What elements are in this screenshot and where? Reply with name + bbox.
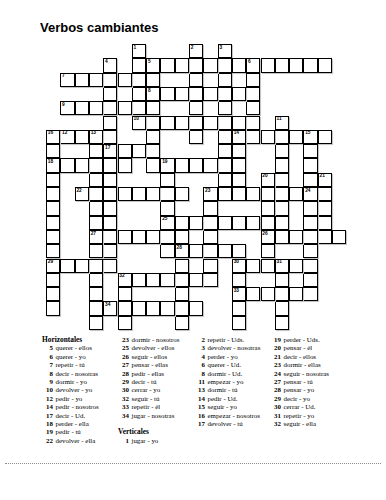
cell-number: 2: [191, 45, 194, 50]
grid-cell: [261, 216, 275, 230]
clue-number: 19: [270, 336, 281, 344]
grid-cell: [160, 230, 174, 244]
grid-cell: [103, 230, 117, 244]
grid-cell: [218, 158, 232, 172]
grid-cell: [103, 158, 117, 172]
grid-cell: [89, 73, 103, 87]
grid-cell: [46, 244, 60, 258]
grid-cell: [203, 87, 217, 101]
clue-number: 22: [42, 437, 53, 445]
cell-number: 16: [48, 130, 53, 135]
grid-cell: [232, 301, 246, 315]
grid-cell: [103, 201, 117, 215]
grid-cell: [175, 87, 189, 101]
clue-column-3: 2repetir - Uds.3devolver - nosotras4perd…: [194, 336, 271, 428]
grid-cell: [118, 316, 132, 330]
grid-cell: [218, 187, 232, 201]
grid-cell: [303, 216, 317, 230]
grid-cell: [275, 173, 289, 187]
grid-cell: [275, 187, 289, 201]
grid-cell: [132, 230, 146, 244]
grid-cell: [132, 301, 146, 315]
grid-cell: [103, 187, 117, 201]
grid-cell: [146, 230, 160, 244]
clue-number: 14: [194, 395, 205, 403]
cell-number: 3: [219, 45, 222, 50]
grid-cell: [89, 273, 103, 287]
clue-item: 27pensar - tú: [270, 378, 352, 386]
grid-cell: [232, 187, 246, 201]
grid-cell: [132, 58, 146, 72]
grid-cell: [261, 259, 275, 273]
clue-number: 14: [42, 403, 53, 411]
grid-cell: [203, 230, 217, 244]
grid-cell: [275, 230, 289, 244]
grid-cell: [118, 187, 132, 201]
clue-number: 26: [118, 353, 129, 361]
grid-cell: [218, 58, 232, 72]
grid-cell: 13: [89, 130, 103, 144]
grid-cell: [103, 216, 117, 230]
grid-cell: [218, 173, 232, 187]
grid-cell: [89, 259, 103, 273]
grid-cell: [160, 273, 174, 287]
grid-cell: [203, 216, 217, 230]
grid-cell: [275, 273, 289, 287]
clue-item: 25devolver - ellos: [118, 344, 195, 352]
grid-cell: 5: [146, 58, 160, 72]
clue-number: 16: [194, 412, 205, 420]
clue-number: 6: [42, 353, 53, 361]
grid-cell: [175, 301, 189, 315]
grid-cell: 30: [232, 259, 246, 273]
grid-cell: [203, 116, 217, 130]
grid-cell: [89, 216, 103, 230]
grid-cell: [275, 158, 289, 172]
grid-cell: [189, 273, 203, 287]
clue-number: 24: [270, 370, 281, 378]
clue-number: 32: [270, 420, 281, 428]
clue-item: 31repetir - yo: [270, 412, 352, 420]
grid-cell: [146, 187, 160, 201]
clue-item: 19perder - Uds.: [270, 336, 352, 344]
clue-number: 12: [42, 395, 53, 403]
grid-cell: 19: [160, 158, 174, 172]
grid-cell: [246, 101, 260, 115]
grid-cell: 16: [46, 130, 60, 144]
clue-item: 32seguir - tú: [118, 395, 195, 403]
grid-cell: [189, 101, 203, 115]
grid-cell: [160, 301, 174, 315]
clue-column-1: Horizontales5querer - ellos6querer - yo7…: [42, 336, 118, 445]
grid-cell: [146, 273, 160, 287]
clue-item: 8decir - nosotras: [42, 370, 118, 378]
clue-number: 32: [118, 395, 129, 403]
grid-cell: [303, 287, 317, 301]
grid-cell: [118, 230, 132, 244]
clue-number: 30: [270, 403, 281, 411]
clue-item: 8dormir - Ud.: [194, 370, 271, 378]
clue-item: 30cerrar - Ud.: [270, 403, 352, 411]
grid-cell: [232, 316, 246, 330]
grid-cell: [246, 73, 260, 87]
clue-number: 17: [42, 412, 53, 420]
grid-cell: [175, 116, 189, 130]
grid-cell: [132, 273, 146, 287]
cell-number: 26: [262, 231, 267, 236]
grid-cell: [203, 273, 217, 287]
grid-cell: [132, 87, 146, 101]
grid-cell: [89, 101, 103, 115]
grid-cell: [218, 244, 232, 258]
grid-cell: [160, 58, 174, 72]
grid-cell: [160, 201, 174, 215]
clue-number: 20: [270, 344, 281, 352]
grid-cell: [232, 216, 246, 230]
grid-cell: [175, 230, 189, 244]
grid-cell: [118, 101, 132, 115]
grid-cell: [218, 130, 232, 144]
grid-cell: [246, 116, 260, 130]
clue-item: 17decir - Ud.: [42, 412, 118, 420]
grid-cell: [75, 73, 89, 87]
clue-item: 14pedir - nosotros: [42, 403, 118, 411]
grid-cell: [275, 216, 289, 230]
clue-item: 21decir - ellos: [270, 353, 352, 361]
grid-cell: [203, 158, 217, 172]
grid-cell: [203, 259, 217, 273]
cell-number: 24: [305, 188, 310, 193]
grid-cell: [246, 287, 260, 301]
grid-cell: 1: [132, 44, 146, 58]
grid-cell: [89, 201, 103, 215]
grid-cell: [160, 173, 174, 187]
clue-item: 14pedir - Ud.: [194, 395, 271, 403]
grid-cell: [175, 316, 189, 330]
grid-cell: [146, 144, 160, 158]
grid-cell: [46, 201, 60, 215]
grid-cell: [303, 158, 317, 172]
grid-cell: [318, 130, 332, 144]
clue-number: 29: [270, 395, 281, 403]
grid-cell: 15: [303, 130, 317, 144]
grid-cell: [118, 144, 132, 158]
grid-cell: [89, 158, 103, 172]
grid-cell: [75, 101, 89, 115]
clue-section-header: Verticales: [118, 428, 195, 436]
clue-section-header: Horizontales: [42, 336, 118, 344]
grid-cell: [175, 273, 189, 287]
grid-cell: [246, 130, 260, 144]
grid-cell: 8: [146, 87, 160, 101]
clue-item: 23dormir - nosotros: [118, 336, 195, 344]
cell-number: 33: [234, 288, 239, 293]
clue-number: 4: [194, 353, 205, 361]
grid-cell: [218, 73, 232, 87]
grid-cell: 28: [175, 244, 189, 258]
cell-number: 29: [48, 259, 53, 264]
page-title: Verbos cambiantes: [40, 20, 159, 35]
grid-cell: [175, 287, 189, 301]
grid-cell: [232, 173, 246, 187]
grid-cell: [103, 87, 117, 101]
grid-cell: [303, 230, 317, 244]
cell-number: 20: [262, 173, 267, 178]
grid-cell: [261, 187, 275, 201]
grid-cell: [189, 216, 203, 230]
grid-cell: [303, 58, 317, 72]
grid-cell: [189, 116, 203, 130]
clue-number: 8: [42, 370, 53, 378]
grid-cell: [46, 273, 60, 287]
grid-cell: [189, 158, 203, 172]
clue-number: 23: [118, 336, 129, 344]
grid-cell: [46, 144, 60, 158]
cell-number: 27: [91, 231, 96, 236]
cell-number: 14: [234, 130, 239, 135]
grid-cell: [89, 244, 103, 258]
grid-cell: [132, 73, 146, 87]
grid-cell: [89, 173, 103, 187]
clue-item: 6querer - yo: [42, 353, 118, 361]
grid-cell: 21: [318, 173, 332, 187]
clue-item: 18perder - ella: [42, 420, 118, 428]
grid-cell: [203, 244, 217, 258]
grid-cell: [232, 87, 246, 101]
grid-cell: [232, 244, 246, 258]
grid-cell: [289, 287, 303, 301]
cell-number: 22: [76, 188, 81, 193]
grid-cell: [103, 259, 117, 273]
grid-cell: 20: [261, 173, 275, 187]
clue-item: 28pedir - ellas: [118, 370, 195, 378]
clue-item: 16empezar - nosotros: [194, 412, 271, 420]
grid-cell: [232, 58, 246, 72]
cell-number: 12: [62, 130, 67, 135]
clue-number: 28: [270, 386, 281, 394]
clue-item: 32seguir - ella: [270, 420, 352, 428]
grid-cell: [189, 244, 203, 258]
grid-cell: [118, 158, 132, 172]
clue-item: 24seguir - nosotras: [270, 370, 352, 378]
grid-cell: [60, 259, 74, 273]
grid-cell: [318, 58, 332, 72]
grid-cell: [246, 187, 260, 201]
grid-cell: [275, 287, 289, 301]
grid-cell: 24: [303, 187, 317, 201]
clue-column-2: 23dormir - nosotros25devolver - ellos26s…: [118, 336, 195, 445]
grid-cell: [218, 144, 232, 158]
grid-cell: [232, 273, 246, 287]
grid-cell: 4: [103, 58, 117, 72]
grid-cell: [103, 73, 117, 87]
grid-cell: [175, 259, 189, 273]
page-footer-dotted-rule: [5, 463, 381, 464]
grid-cell: [303, 273, 317, 287]
grid-cell: [103, 116, 117, 130]
grid-cell: [75, 130, 89, 144]
grid-cell: [318, 201, 332, 215]
clue-number: 18: [42, 420, 53, 428]
grid-cell: [89, 301, 103, 315]
grid-cell: [303, 244, 317, 258]
grid-cell: [218, 116, 232, 130]
grid-cell: [89, 187, 103, 201]
clue-item: 3devolver - nosotras: [194, 344, 271, 352]
grid-cell: [189, 87, 203, 101]
clue-item: 5querer - ellos: [42, 344, 118, 352]
grid-cell: [103, 101, 117, 115]
grid-cell: [261, 58, 275, 72]
grid-cell: [146, 130, 160, 144]
clue-number: 7: [42, 361, 53, 369]
grid-cell: [232, 116, 246, 130]
cell-number: 21: [319, 173, 324, 178]
grid-cell: [289, 259, 303, 273]
cell-number: 7: [62, 73, 65, 78]
clue-number: 2: [194, 336, 205, 344]
grid-cell: 26: [261, 230, 275, 244]
grid-cell: 10: [132, 116, 146, 130]
clue-item: 29decir - tú: [118, 378, 195, 386]
clue-number: 3: [194, 344, 205, 352]
grid-cell: [75, 259, 89, 273]
grid-cell: 34: [103, 301, 117, 315]
grid-cell: [189, 130, 203, 144]
grid-cell: [46, 216, 60, 230]
cell-number: 32: [119, 273, 124, 278]
grid-cell: [275, 316, 289, 330]
grid-cell: [275, 201, 289, 215]
clue-number: 17: [194, 420, 205, 428]
clue-number: 19: [42, 428, 53, 436]
clue-item: 11empezar - yo: [194, 378, 271, 386]
cell-number: 17: [105, 145, 110, 150]
grid-cell: [46, 173, 60, 187]
grid-cell: [89, 316, 103, 330]
grid-cell: [232, 158, 246, 172]
grid-cell: 11: [275, 116, 289, 130]
clue-number: 29: [118, 378, 129, 386]
grid-cell: [289, 130, 303, 144]
clue-item: 22devolver - ella: [42, 437, 118, 445]
clue-item: 12pedir - yo: [42, 395, 118, 403]
grid-cell: 12: [60, 130, 74, 144]
clue-item: 6querer - Ud.: [194, 361, 271, 369]
grid-cell: [261, 201, 275, 215]
grid-cell: [203, 201, 217, 215]
grid-cell: [160, 187, 174, 201]
grid-cell: [175, 187, 189, 201]
grid-cell: [289, 230, 303, 244]
cell-number: 1: [134, 45, 137, 50]
clue-column-4: 19perder - Uds.20pensar - él21decir - el…: [270, 336, 352, 428]
cell-number: 5: [148, 59, 151, 64]
grid-cell: [46, 301, 60, 315]
grid-cell: 2: [189, 44, 203, 58]
clue-item: 15seguir - yo: [194, 403, 271, 411]
clue-number: 31: [270, 412, 281, 420]
grid-cell: [189, 58, 203, 72]
clue-number: 27: [118, 361, 129, 369]
grid-cell: [218, 101, 232, 115]
clue-item: 30cerrar - yo: [118, 386, 195, 394]
clue-item: 29decir - yo: [270, 395, 352, 403]
grid-cell: [146, 101, 160, 115]
clue-number: 8: [194, 370, 205, 378]
clue-number: 25: [118, 344, 129, 352]
grid-cell: [75, 158, 89, 172]
grid-cell: 32: [118, 273, 132, 287]
grid-cell: 33: [232, 287, 246, 301]
grid-cell: [275, 58, 289, 72]
grid-cell: [303, 173, 317, 187]
grid-cell: [103, 130, 117, 144]
clue-item: 10devolver - yo: [42, 386, 118, 394]
grid-cell: [318, 187, 332, 201]
grid-cell: [132, 187, 146, 201]
grid-cell: [146, 301, 160, 315]
clue-item: 2repetir - Uds.: [194, 336, 271, 344]
grid-cell: [318, 216, 332, 230]
grid-cell: [132, 144, 146, 158]
clue-item: 13dormir - tú: [194, 386, 271, 394]
cell-number: 8: [148, 88, 151, 93]
grid-cell: [261, 287, 275, 301]
grid-cell: [118, 73, 132, 87]
grid-cell: [89, 287, 103, 301]
grid-cell: [160, 244, 174, 258]
grid-cell: 7: [60, 73, 74, 87]
cell-number: 15: [305, 130, 310, 135]
grid-cell: [46, 187, 60, 201]
grid-cell: [275, 301, 289, 315]
cell-number: 6: [248, 59, 251, 64]
clue-item: 1jugar - yo: [118, 437, 195, 445]
clue-number: 21: [270, 353, 281, 361]
grid-cell: [103, 173, 117, 187]
grid-cell: [289, 187, 303, 201]
clue-item: 27pensar - ellas: [118, 361, 195, 369]
grid-cell: 14: [232, 130, 246, 144]
cell-number: 25: [162, 216, 167, 221]
grid-cell: [261, 244, 275, 258]
grid-cell: [118, 287, 132, 301]
clue-number: 9: [42, 378, 53, 386]
grid-cell: [303, 144, 317, 158]
grid-cell: [189, 73, 203, 87]
clue-number: 10: [42, 386, 53, 394]
grid-cell: [46, 230, 60, 244]
cell-number: 23: [205, 188, 210, 193]
grid-cell: [118, 301, 132, 315]
grid-cell: [160, 116, 174, 130]
grid-cell: [146, 116, 160, 130]
grid-cell: 31: [275, 259, 289, 273]
clue-item: 20pensar - él: [270, 344, 352, 352]
cell-number: 19: [162, 159, 167, 164]
grid-cell: [189, 301, 203, 315]
grid-cell: 23: [203, 187, 217, 201]
grid-cell: [246, 259, 260, 273]
grid-cell: 29: [46, 259, 60, 273]
grid-cell: [232, 144, 246, 158]
grid-cell: [103, 244, 117, 258]
grid-cell: [318, 230, 332, 244]
clue-item: 34jugar - nosotras: [118, 412, 195, 420]
grid-cell: [175, 158, 189, 172]
grid-cell: [289, 58, 303, 72]
